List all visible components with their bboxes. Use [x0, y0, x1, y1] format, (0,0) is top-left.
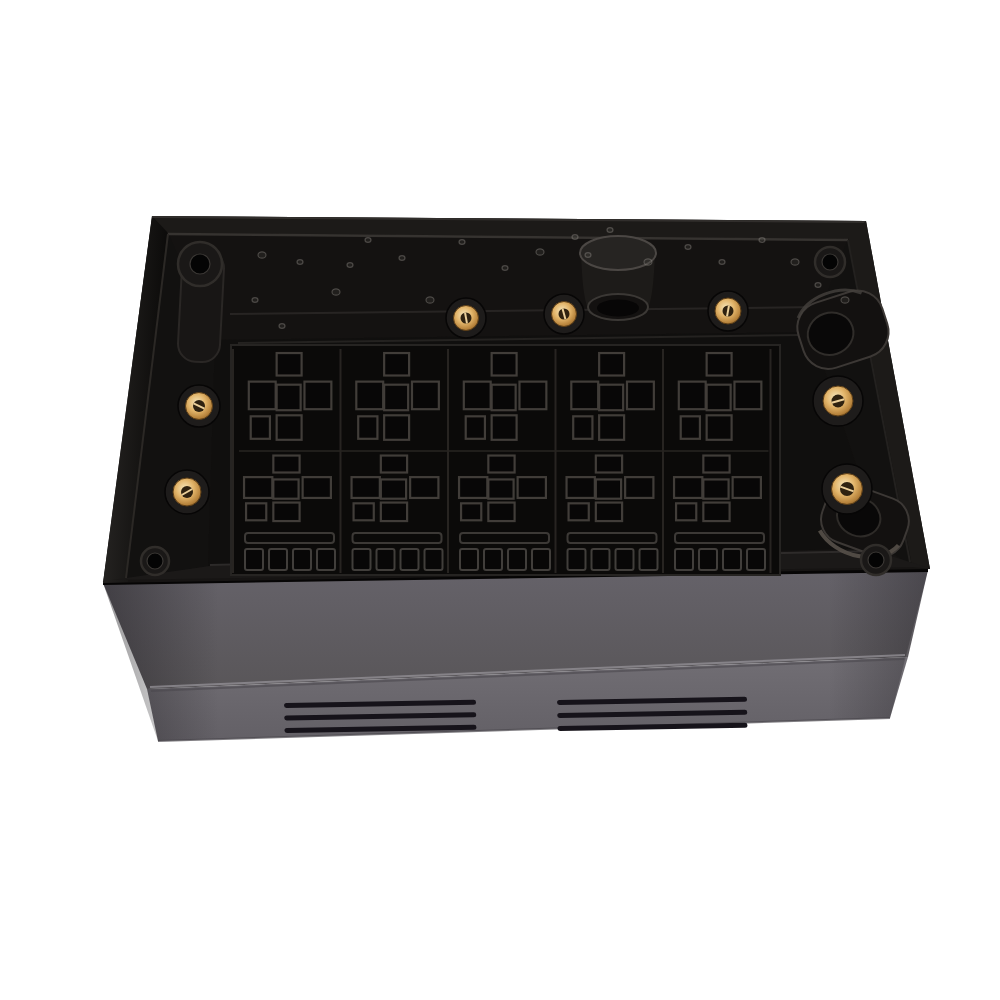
relay-socket-cavity [352, 477, 380, 498]
fuse-terminal-tooth [317, 549, 335, 570]
relay-socket-cavity [596, 479, 621, 498]
fuse-terminal-tooth [377, 549, 395, 570]
fuse-slot-bar [353, 533, 442, 543]
relay-socket-cavity [734, 382, 761, 410]
fuse-terminal-tooth [484, 549, 502, 570]
screw-hole [868, 552, 884, 568]
relay-socket-cavity [488, 456, 514, 473]
fuse-slot-bar [460, 533, 549, 543]
relay-socket-cavity [676, 503, 696, 520]
relay-socket-cavity [277, 353, 302, 375]
cable-port-hole [597, 300, 639, 317]
water-droplet [791, 259, 799, 265]
water-droplet [332, 289, 340, 295]
relay-socket-cavity [251, 416, 270, 438]
relay-socket-cavity [703, 503, 729, 522]
relay-socket-cavity [273, 456, 299, 473]
screw-hole [147, 553, 163, 569]
screw-hole [190, 254, 210, 274]
relay-socket-cavity [461, 503, 481, 520]
fuse-terminal-tooth [508, 549, 526, 570]
relay-socket-cavity [707, 385, 731, 411]
relay-socket-cavity [358, 416, 377, 438]
relay-socket-cavity [381, 503, 407, 522]
relay-socket-cavity [244, 477, 272, 498]
relay-socket-cavity [599, 353, 624, 375]
water-droplet [685, 245, 691, 250]
relay-socket-cavity [707, 353, 732, 375]
relay-socket-cavity [703, 456, 729, 473]
relay-socket-cavity [596, 456, 622, 473]
fuse-terminal-tooth [293, 549, 311, 570]
fuse-terminal-tooth [532, 549, 550, 570]
relay-socket-cavity [273, 479, 298, 498]
fuse-terminal-tooth [425, 549, 443, 570]
relay-socket-cavity [596, 503, 622, 522]
relay-socket-cavity [466, 416, 485, 438]
relay-socket-cavity [381, 456, 407, 473]
water-droplet [297, 260, 303, 265]
interior-back-wall [168, 233, 848, 340]
relay-socket-cavity [381, 479, 406, 498]
fuse-terminal-tooth [353, 549, 371, 570]
fuse-terminal-tooth [245, 549, 263, 570]
cable-port-flange [580, 236, 656, 270]
relay-socket-cavity [625, 477, 653, 498]
water-droplet [815, 283, 821, 288]
relay-socket-cavity [464, 382, 491, 410]
relay-box-illustration [0, 0, 1000, 1000]
fuse-terminal-tooth [568, 549, 586, 570]
relay-socket-cavity [703, 479, 728, 498]
water-droplet [759, 238, 765, 243]
vent-slot-group [557, 697, 748, 731]
water-droplet [644, 259, 652, 265]
relay-socket-cavity [599, 415, 624, 440]
front-face-shading [103, 570, 928, 741]
fuse-terminal-tooth [640, 549, 658, 570]
fuse-slot-bar [675, 533, 764, 543]
fuse-terminal-tooth [675, 549, 693, 570]
relay-socket-cavity [249, 382, 276, 410]
relay-socket-cavity [354, 503, 374, 520]
relay-socket-cavity [410, 477, 438, 498]
relay-socket-cavity [707, 415, 732, 440]
relay-socket-cavity [519, 382, 546, 410]
relay-socket-cavity [488, 503, 514, 522]
relay-socket-cavity [384, 415, 409, 440]
relay-socket-cavity [679, 382, 706, 410]
product-photo-canvas: Black plastic automotive 10-way relay an… [0, 0, 1000, 1000]
relay-socket-cavity [627, 382, 654, 410]
water-droplet [502, 266, 508, 271]
relay-socket-cavity [303, 477, 331, 498]
fuse-terminal-tooth [723, 549, 741, 570]
relay-socket-cavity [246, 503, 266, 520]
relay-socket-cavity [681, 416, 700, 438]
water-droplet [841, 297, 849, 303]
relay-socket-cavity [277, 385, 301, 411]
water-droplet [585, 253, 591, 258]
water-droplet [252, 298, 258, 303]
water-droplet [426, 297, 434, 303]
water-droplet [347, 263, 353, 268]
fuse-terminal-tooth [401, 549, 419, 570]
relay-socket-cavity [571, 382, 598, 410]
relay-socket-cavity [674, 477, 702, 498]
relay-socket-cavity [569, 503, 589, 520]
relay-socket-cavity [488, 479, 513, 498]
water-droplet [459, 240, 465, 245]
fuse-terminal-tooth [269, 549, 287, 570]
fuse-terminal-tooth [747, 549, 765, 570]
relay-socket-cavity [356, 382, 383, 410]
relay-socket-cavity [384, 353, 409, 375]
relay-socket-cavity [412, 382, 439, 410]
water-droplet [572, 235, 578, 240]
water-droplet [365, 238, 371, 243]
front-face [103, 570, 928, 741]
relay-socket-cavity [384, 385, 408, 411]
cable-port [580, 236, 656, 321]
relay-socket-cavity [599, 385, 623, 411]
relay-socket-cavity [459, 477, 487, 498]
water-droplet [279, 324, 285, 329]
relay-socket-cavity [304, 382, 331, 410]
relay-socket-cavity [492, 353, 517, 375]
fuse-terminal-tooth [616, 549, 634, 570]
relay-socket-cavity [277, 415, 302, 440]
relay-socket-cavity [273, 503, 299, 522]
water-droplet [258, 252, 266, 258]
vent-slot-group [284, 700, 476, 733]
relay-socket-cavity [492, 385, 516, 411]
fuse-terminal-tooth [699, 549, 717, 570]
water-droplet [719, 260, 725, 265]
relay-socket-block [231, 345, 780, 575]
fuse-slot-bar [568, 533, 657, 543]
relay-socket-cavity [567, 477, 595, 498]
fuse-terminal-tooth [592, 549, 610, 570]
relay-socket-cavity [492, 415, 517, 440]
water-droplet [536, 249, 544, 255]
fuse-slot-bar [245, 533, 334, 543]
water-droplet [607, 228, 613, 233]
fuse-terminal-tooth [460, 549, 478, 570]
screw-hole [822, 254, 838, 270]
relay-socket-cavity [733, 477, 761, 498]
relay-socket-cavity [573, 416, 592, 438]
water-droplet [399, 256, 405, 261]
relay-socket-cavity [518, 477, 546, 498]
